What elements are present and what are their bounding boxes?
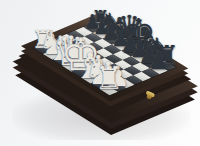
brass-latch-hook [146,94,152,100]
chess-set-photo: ♜♞♝♛♚♝♞♜♟♟♟♟♟♟♟♟♟♟♟♟♟♟♟♟♜♞♝♛♚♝♞♜ [0,0,200,146]
